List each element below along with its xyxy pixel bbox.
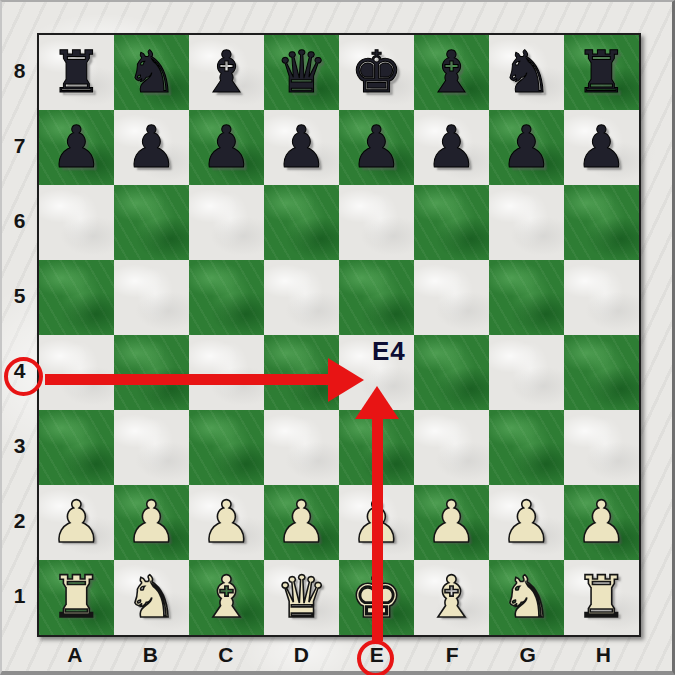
black-pawn: ♟	[426, 111, 478, 184]
square-b5[interactable]	[114, 260, 189, 335]
file-label-c: C	[188, 639, 264, 673]
chess-board: ♜♞♝♛♚♝♞♜♟♟♟♟♟♟♟♟♟♟♟♟♟♟♟♟♜♞♝♛♚♝♞♜	[37, 33, 641, 637]
square-g3[interactable]	[489, 410, 564, 485]
black-pawn: ♟	[276, 111, 328, 184]
square-h8[interactable]: ♜	[564, 35, 639, 110]
rank-label-5: 5	[2, 258, 37, 333]
square-c2[interactable]: ♟	[189, 485, 264, 560]
rank-label-8: 8	[2, 33, 37, 108]
square-f5[interactable]	[414, 260, 489, 335]
white-rook: ♜	[576, 561, 628, 634]
square-h2[interactable]: ♟	[564, 485, 639, 560]
square-e6[interactable]	[339, 185, 414, 260]
square-d6[interactable]	[264, 185, 339, 260]
square-g1[interactable]: ♞	[489, 560, 564, 635]
white-king: ♚	[351, 561, 403, 634]
black-knight: ♞	[501, 36, 553, 109]
square-h4[interactable]	[564, 335, 639, 410]
square-f8[interactable]: ♝	[414, 35, 489, 110]
square-h6[interactable]	[564, 185, 639, 260]
square-g2[interactable]: ♟	[489, 485, 564, 560]
file-label-f: F	[415, 639, 491, 673]
square-b6[interactable]	[114, 185, 189, 260]
white-pawn: ♟	[201, 486, 253, 559]
square-c3[interactable]	[189, 410, 264, 485]
square-a5[interactable]	[39, 260, 114, 335]
white-pawn: ♟	[126, 486, 178, 559]
square-a1[interactable]: ♜	[39, 560, 114, 635]
square-e5[interactable]	[339, 260, 414, 335]
file-label-d: D	[264, 639, 340, 673]
rank-label-1: 1	[2, 558, 37, 633]
black-knight: ♞	[126, 36, 178, 109]
square-d1[interactable]: ♛	[264, 560, 339, 635]
black-pawn: ♟	[501, 111, 553, 184]
square-a6[interactable]	[39, 185, 114, 260]
square-b4[interactable]	[114, 335, 189, 410]
square-e8[interactable]: ♚	[339, 35, 414, 110]
square-a3[interactable]	[39, 410, 114, 485]
black-pawn: ♟	[576, 111, 628, 184]
square-d4[interactable]	[264, 335, 339, 410]
square-a8[interactable]: ♜	[39, 35, 114, 110]
square-b7[interactable]: ♟	[114, 110, 189, 185]
black-pawn: ♟	[126, 111, 178, 184]
file-label-a: A	[37, 639, 113, 673]
black-rook: ♜	[576, 36, 628, 109]
black-rook: ♜	[51, 36, 103, 109]
white-bishop: ♝	[426, 561, 478, 634]
square-h3[interactable]	[564, 410, 639, 485]
black-pawn: ♟	[51, 111, 103, 184]
white-queen: ♛	[276, 561, 328, 634]
white-pawn: ♟	[276, 486, 328, 559]
rank-labels: 87654321	[2, 33, 37, 633]
square-g4[interactable]	[489, 335, 564, 410]
file-labels: ABCDEFGH	[37, 639, 641, 673]
file-label-e: E	[339, 639, 415, 673]
square-g7[interactable]: ♟	[489, 110, 564, 185]
square-c1[interactable]: ♝	[189, 560, 264, 635]
square-f2[interactable]: ♟	[414, 485, 489, 560]
rank-label-7: 7	[2, 108, 37, 183]
white-pawn: ♟	[426, 486, 478, 559]
square-e1[interactable]: ♚	[339, 560, 414, 635]
black-pawn: ♟	[351, 111, 403, 184]
square-b3[interactable]	[114, 410, 189, 485]
rank-label-3: 3	[2, 408, 37, 483]
square-d8[interactable]: ♛	[264, 35, 339, 110]
square-a4[interactable]	[39, 335, 114, 410]
white-bishop: ♝	[201, 561, 253, 634]
rank-label-6: 6	[2, 183, 37, 258]
black-bishop: ♝	[426, 36, 478, 109]
square-c4[interactable]	[189, 335, 264, 410]
square-d2[interactable]: ♟	[264, 485, 339, 560]
black-king: ♚	[351, 36, 403, 109]
square-c7[interactable]: ♟	[189, 110, 264, 185]
square-b1[interactable]: ♞	[114, 560, 189, 635]
square-h7[interactable]: ♟	[564, 110, 639, 185]
white-pawn: ♟	[51, 486, 103, 559]
square-f6[interactable]	[414, 185, 489, 260]
white-knight: ♞	[501, 561, 553, 634]
square-g8[interactable]: ♞	[489, 35, 564, 110]
white-pawn: ♟	[576, 486, 628, 559]
square-c5[interactable]	[189, 260, 264, 335]
file-label-h: H	[566, 639, 642, 673]
square-e3[interactable]	[339, 410, 414, 485]
white-knight: ♞	[126, 561, 178, 634]
square-h1[interactable]: ♜	[564, 560, 639, 635]
black-bishop: ♝	[201, 36, 253, 109]
square-d7[interactable]: ♟	[264, 110, 339, 185]
square-f3[interactable]	[414, 410, 489, 485]
black-pawn: ♟	[201, 111, 253, 184]
square-g6[interactable]	[489, 185, 564, 260]
chessboard-frame: ♜♞♝♛♚♝♞♜♟♟♟♟♟♟♟♟♟♟♟♟♟♟♟♟♜♞♝♛♚♝♞♜ 8765432…	[0, 0, 675, 675]
square-d3[interactable]	[264, 410, 339, 485]
white-pawn: ♟	[351, 486, 403, 559]
square-f4[interactable]	[414, 335, 489, 410]
square-a2[interactable]: ♟	[39, 485, 114, 560]
file-label-b: B	[113, 639, 189, 673]
square-d5[interactable]	[264, 260, 339, 335]
square-c8[interactable]: ♝	[189, 35, 264, 110]
square-h5[interactable]	[564, 260, 639, 335]
square-g5[interactable]	[489, 260, 564, 335]
square-a7[interactable]: ♟	[39, 110, 114, 185]
square-f7[interactable]: ♟	[414, 110, 489, 185]
black-queen: ♛	[276, 36, 328, 109]
square-e7[interactable]: ♟	[339, 110, 414, 185]
rank-label-4: 4	[2, 333, 37, 408]
white-pawn: ♟	[501, 486, 553, 559]
file-label-g: G	[490, 639, 566, 673]
square-b2[interactable]: ♟	[114, 485, 189, 560]
rank-label-2: 2	[2, 483, 37, 558]
square-e4[interactable]	[339, 335, 414, 410]
square-e2[interactable]: ♟	[339, 485, 414, 560]
white-rook: ♜	[51, 561, 103, 634]
square-b8[interactable]: ♞	[114, 35, 189, 110]
square-f1[interactable]: ♝	[414, 560, 489, 635]
square-c6[interactable]	[189, 185, 264, 260]
